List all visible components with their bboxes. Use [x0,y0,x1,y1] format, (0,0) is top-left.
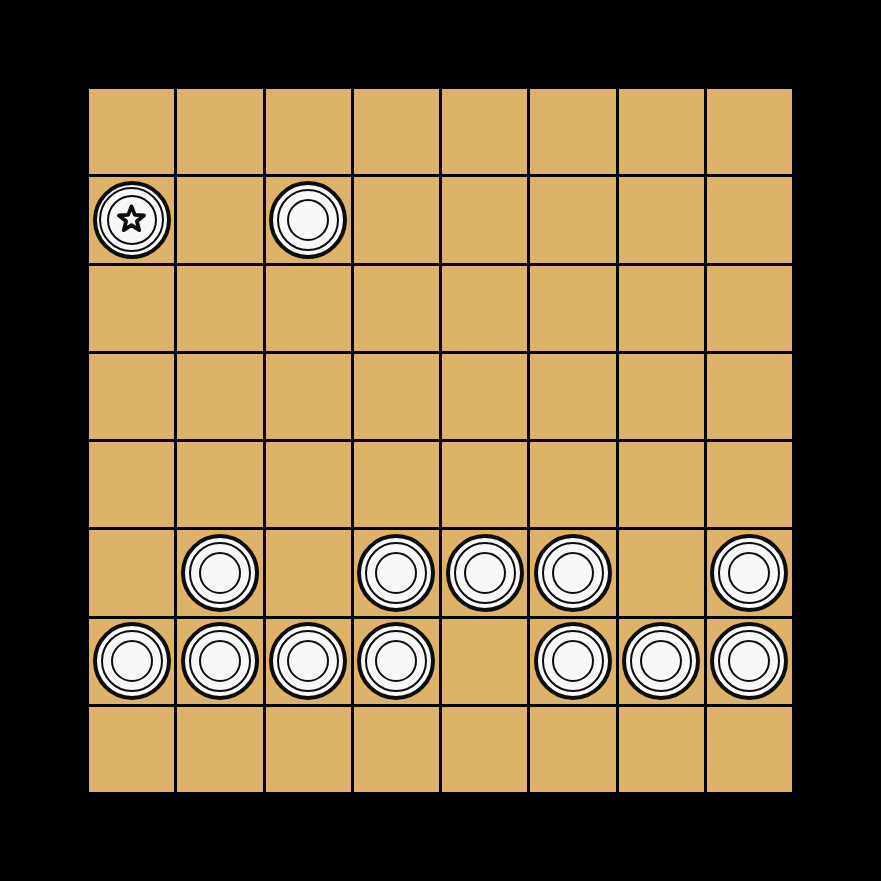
square-r8c5[interactable] [442,707,527,792]
white-man[interactable] [93,622,171,700]
square-r1c8[interactable] [707,89,792,174]
white-man[interactable] [181,622,259,700]
square-r5c8[interactable] [707,442,792,527]
square-r6c2[interactable] [177,530,262,615]
square-r2c6[interactable] [530,177,615,262]
white-man[interactable] [622,622,700,700]
square-r8c2[interactable] [177,707,262,792]
square-r3c7[interactable] [619,266,704,351]
square-r3c1[interactable] [89,266,174,351]
square-r8c8[interactable] [707,707,792,792]
square-r1c7[interactable] [619,89,704,174]
square-r5c6[interactable] [530,442,615,527]
square-r4c8[interactable] [707,354,792,439]
square-r7c1[interactable] [89,619,174,704]
square-r2c3[interactable] [266,177,351,262]
square-r6c8[interactable] [707,530,792,615]
square-r4c3[interactable] [266,354,351,439]
square-r4c4[interactable] [354,354,439,439]
white-man[interactable] [357,534,435,612]
square-r8c1[interactable] [89,707,174,792]
square-r5c5[interactable] [442,442,527,527]
white-man[interactable] [710,622,788,700]
square-r1c5[interactable] [442,89,527,174]
white-man[interactable] [269,622,347,700]
square-r2c5[interactable] [442,177,527,262]
square-r1c6[interactable] [530,89,615,174]
square-r1c4[interactable] [354,89,439,174]
square-r6c6[interactable] [530,530,615,615]
square-r3c4[interactable] [354,266,439,351]
background [0,0,881,881]
square-r3c8[interactable] [707,266,792,351]
white-king[interactable] [93,181,171,259]
square-r3c5[interactable] [442,266,527,351]
square-r4c7[interactable] [619,354,704,439]
square-r2c2[interactable] [177,177,262,262]
square-r7c2[interactable] [177,619,262,704]
square-r6c7[interactable] [619,530,704,615]
square-r7c8[interactable] [707,619,792,704]
square-r8c7[interactable] [619,707,704,792]
square-r6c4[interactable] [354,530,439,615]
square-r7c3[interactable] [266,619,351,704]
white-man[interactable] [181,534,259,612]
white-man[interactable] [534,622,612,700]
white-man[interactable] [710,534,788,612]
square-r4c6[interactable] [530,354,615,439]
white-man[interactable] [269,181,347,259]
square-r5c4[interactable] [354,442,439,527]
square-r8c4[interactable] [354,707,439,792]
square-r5c3[interactable] [266,442,351,527]
square-r5c1[interactable] [89,442,174,527]
square-r2c8[interactable] [707,177,792,262]
square-r4c1[interactable] [89,354,174,439]
white-man[interactable] [357,622,435,700]
square-r5c2[interactable] [177,442,262,527]
square-r7c6[interactable] [530,619,615,704]
square-r1c1[interactable] [89,89,174,174]
square-r1c2[interactable] [177,89,262,174]
square-r7c7[interactable] [619,619,704,704]
square-r3c2[interactable] [177,266,262,351]
white-man[interactable] [446,534,524,612]
square-r3c3[interactable] [266,266,351,351]
square-r1c3[interactable] [266,89,351,174]
square-r2c4[interactable] [354,177,439,262]
square-r8c6[interactable] [530,707,615,792]
square-r5c7[interactable] [619,442,704,527]
square-r3c6[interactable] [530,266,615,351]
square-r8c3[interactable] [266,707,351,792]
square-r6c1[interactable] [89,530,174,615]
square-r7c5[interactable] [442,619,527,704]
square-r4c2[interactable] [177,354,262,439]
white-man[interactable] [534,534,612,612]
square-r6c3[interactable] [266,530,351,615]
square-r7c4[interactable] [354,619,439,704]
square-r6c5[interactable] [442,530,527,615]
king-star-icon [116,204,147,235]
square-r2c7[interactable] [619,177,704,262]
square-r2c1[interactable] [89,177,174,262]
checkers-board [89,89,792,792]
square-r4c5[interactable] [442,354,527,439]
